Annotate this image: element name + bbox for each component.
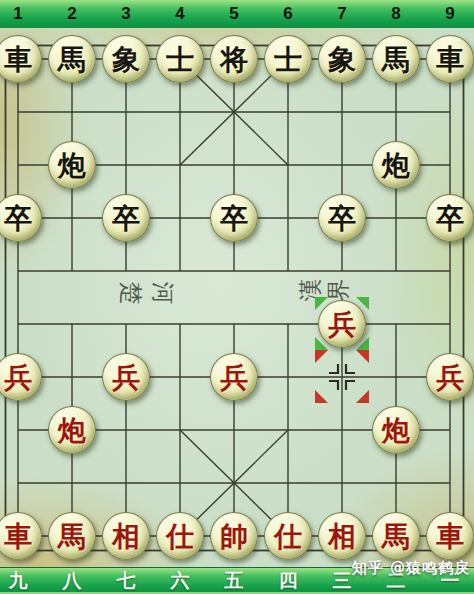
file-number-bottom: 八 <box>45 568 99 593</box>
piece-red-cannon[interactable]: 炮 <box>48 406 96 454</box>
file-number-bottom: 四 <box>261 568 315 593</box>
file-number-top: 8 <box>369 0 423 28</box>
piece-black-soldier[interactable]: 卒 <box>426 194 474 242</box>
piece-red-advisor[interactable]: 仕 <box>156 512 204 560</box>
xiangqi-board[interactable]: 楚 河 漢 界 車 馬 象 士 将 士 象 馬 車 炮 炮 <box>0 28 474 568</box>
file-number-top: 2 <box>45 0 99 28</box>
top-coordinate-bar: 1 2 3 4 5 6 7 8 9 <box>0 0 474 29</box>
piece-red-elephant[interactable]: 相 <box>102 512 150 560</box>
watermark: 知乎 @猿鸣鹤戾 <box>352 559 470 578</box>
piece-black-general[interactable]: 将 <box>210 35 258 83</box>
piece-red-general[interactable]: 帥 <box>210 512 258 560</box>
file-number-top: 5 <box>207 0 261 28</box>
piece-red-cannon[interactable]: 炮 <box>372 406 420 454</box>
piece-red-horse[interactable]: 馬 <box>372 512 420 560</box>
river-label-chu-he: 楚 河 <box>119 280 175 306</box>
piece-black-advisor[interactable]: 士 <box>264 35 312 83</box>
file-number-top: 6 <box>261 0 315 28</box>
file-number-top: 4 <box>153 0 207 28</box>
piece-red-soldier[interactable]: 兵 <box>210 353 258 401</box>
piece-red-horse[interactable]: 馬 <box>48 512 96 560</box>
file-number-bottom: 六 <box>153 568 207 593</box>
piece-black-cannon[interactable]: 炮 <box>48 141 96 189</box>
piece-black-elephant[interactable]: 象 <box>102 35 150 83</box>
piece-black-soldier[interactable]: 卒 <box>210 194 258 242</box>
piece-red-soldier[interactable]: 兵 <box>102 353 150 401</box>
piece-black-advisor[interactable]: 士 <box>156 35 204 83</box>
file-number-top: 9 <box>423 0 474 28</box>
board-grid-lines <box>0 28 474 568</box>
piece-red-soldier-moved[interactable]: 兵 <box>318 300 366 348</box>
file-number-top: 7 <box>315 0 369 28</box>
piece-red-soldier[interactable]: 兵 <box>426 353 474 401</box>
file-number-bottom: 五 <box>207 568 261 593</box>
file-number-top: 3 <box>99 0 153 28</box>
piece-red-advisor[interactable]: 仕 <box>264 512 312 560</box>
piece-red-chariot[interactable]: 車 <box>426 512 474 560</box>
piece-black-soldier[interactable]: 卒 <box>102 194 150 242</box>
file-number-top: 1 <box>0 0 45 28</box>
piece-black-horse[interactable]: 馬 <box>372 35 420 83</box>
piece-black-chariot[interactable]: 車 <box>426 35 474 83</box>
piece-black-elephant[interactable]: 象 <box>318 35 366 83</box>
xiangqi-screenshot: 1 2 3 4 5 6 7 8 9 <box>0 0 474 594</box>
piece-red-elephant[interactable]: 相 <box>318 512 366 560</box>
file-number-bottom: 九 <box>0 568 45 593</box>
piece-black-cannon[interactable]: 炮 <box>372 141 420 189</box>
piece-black-horse[interactable]: 馬 <box>48 35 96 83</box>
file-number-bottom: 七 <box>99 568 153 593</box>
piece-black-soldier[interactable]: 卒 <box>318 194 366 242</box>
